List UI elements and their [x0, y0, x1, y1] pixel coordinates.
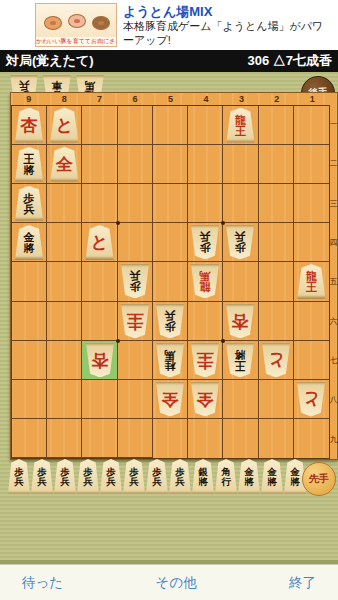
square-46[interactable] — [188, 302, 223, 341]
piece-成香-sente[interactable]: 杏 — [14, 108, 44, 143]
square-91[interactable]: 杏 — [12, 106, 47, 145]
rank-label-6: 六 — [329, 302, 338, 341]
shogi-board: 987654321 杏と龍王王將全歩兵金將と歩兵歩兵歩兵龍馬龍王圭歩兵杏杏桂馬圭… — [10, 92, 338, 460]
piece-歩兵[interactable]: 歩兵 — [168, 459, 192, 494]
square-21[interactable] — [259, 106, 294, 145]
piece-歩兵[interactable]: 歩兵 — [145, 459, 169, 494]
file-label-1: 1 — [295, 93, 330, 105]
square-93[interactable]: 歩兵 — [12, 184, 47, 223]
rank-label-5: 五 — [329, 262, 338, 301]
square-99[interactable] — [12, 419, 47, 458]
square-28[interactable] — [259, 380, 294, 419]
ad-banner[interactable]: かわいい豚を育ててお肉にされよう! ようとん場MIX 本格豚育成ゲーム「ようとん… — [0, 0, 338, 51]
square-61[interactable] — [118, 106, 153, 145]
file-labels: 987654321 — [11, 93, 330, 105]
file-label-4: 4 — [188, 93, 223, 105]
quit-button[interactable]: 終了 — [283, 573, 322, 593]
file-label-7: 7 — [82, 93, 117, 105]
game-mode-title: 対局(覚えたて) — [6, 52, 94, 70]
piece-龍馬-gote[interactable]: 龍馬 — [190, 264, 220, 299]
square-17[interactable] — [294, 341, 329, 380]
piece-成桂-gote[interactable]: 圭 — [190, 342, 220, 377]
square-76[interactable] — [82, 302, 117, 341]
file-label-5: 5 — [153, 93, 188, 105]
piece-桂馬-gote[interactable]: 桂馬 — [155, 342, 185, 377]
square-29[interactable] — [259, 419, 294, 458]
square-81[interactable]: と — [47, 106, 82, 145]
square-39[interactable] — [223, 419, 258, 458]
square-64[interactable] — [118, 223, 153, 262]
piece-と金-gote[interactable]: と — [296, 381, 326, 416]
square-54[interactable] — [153, 223, 188, 262]
square-26[interactable] — [259, 302, 294, 341]
piece-歩兵[interactable]: 歩兵 — [53, 459, 77, 494]
piece-王将-gote[interactable]: 王將 — [225, 342, 255, 377]
square-87[interactable] — [47, 341, 82, 380]
square-24[interactable] — [259, 223, 294, 262]
piece-成銀-sente[interactable]: 全 — [49, 147, 79, 182]
bottom-toolbar: 待った その他 終了 — [0, 564, 338, 600]
square-25[interactable] — [259, 262, 294, 301]
square-48[interactable]: 全 — [188, 380, 223, 419]
piece-成銀-gote[interactable]: 全 — [190, 381, 220, 416]
rank-label-8: 八 — [329, 380, 338, 419]
tatami-background: 歩兵香車桂馬 後手 987654321 杏と龍王王將全歩兵金將と歩兵歩兵歩兵龍馬… — [0, 72, 338, 564]
move-counter-last-move: 306 △7七成香 — [247, 52, 332, 70]
square-74[interactable]: と — [82, 223, 117, 262]
piece-歩兵-gote[interactable]: 歩兵 — [190, 225, 220, 260]
piece-歩兵[interactable]: 歩兵 — [99, 459, 123, 494]
piece-角行[interactable]: 角行 — [214, 459, 238, 494]
square-53[interactable] — [153, 184, 188, 223]
square-22[interactable] — [259, 145, 294, 184]
pig-icon — [68, 14, 86, 28]
piece-歩兵[interactable]: 歩兵 — [76, 459, 100, 494]
square-56[interactable]: 歩兵 — [153, 302, 188, 341]
square-38[interactable] — [223, 380, 258, 419]
square-73[interactable] — [82, 184, 117, 223]
piece-金將[interactable]: 金將 — [260, 459, 284, 494]
square-58[interactable]: 全 — [153, 380, 188, 419]
piece-銀將[interactable]: 銀將 — [191, 459, 215, 494]
piece-成香-gote[interactable]: 杏 — [225, 303, 255, 338]
square-41[interactable] — [188, 106, 223, 145]
square-36[interactable]: 杏 — [223, 302, 258, 341]
square-79[interactable] — [82, 419, 117, 458]
square-71[interactable] — [82, 106, 117, 145]
piece-龍王-sente[interactable]: 龍王 — [296, 264, 326, 299]
square-75[interactable] — [82, 262, 117, 301]
square-52[interactable] — [153, 145, 188, 184]
ad-thumbnail-caption: かわいい豚を育ててお肉にされよう! — [36, 37, 116, 46]
square-85[interactable] — [47, 262, 82, 301]
piece-歩兵[interactable]: 歩兵 — [30, 459, 54, 494]
file-label-2: 2 — [259, 93, 294, 105]
file-label-6: 6 — [117, 93, 152, 105]
square-55[interactable] — [153, 262, 188, 301]
square-77[interactable]: 杏 — [82, 341, 117, 380]
pig-icon — [44, 16, 62, 30]
rank-label-2: 二 — [329, 144, 338, 183]
square-15[interactable]: 龍王 — [294, 262, 329, 301]
piece-龍王-sente[interactable]: 龍王 — [225, 108, 255, 143]
sente-badge: 先手 — [302, 462, 336, 496]
square-51[interactable] — [153, 106, 188, 145]
square-49[interactable] — [188, 419, 223, 458]
square-72[interactable] — [82, 145, 117, 184]
piece-王将-sente[interactable]: 王將 — [14, 147, 44, 182]
ad-title[interactable]: ようとん場MIX — [123, 4, 328, 19]
sente-hand-tray: 歩兵歩兵歩兵歩兵歩兵歩兵歩兵歩兵銀將角行金將金將金將 — [7, 459, 306, 494]
square-37[interactable]: 王將 — [223, 341, 258, 380]
square-94[interactable]: 金將 — [12, 223, 47, 262]
square-31[interactable]: 龍王 — [223, 106, 258, 145]
rank-label-3: 三 — [329, 184, 338, 223]
square-66[interactable]: 圭 — [118, 302, 153, 341]
piece-歩兵[interactable]: 歩兵 — [122, 459, 146, 494]
square-14[interactable] — [294, 223, 329, 262]
piece-金將[interactable]: 金將 — [237, 459, 261, 494]
pig-icon — [92, 16, 110, 30]
square-88[interactable] — [47, 380, 82, 419]
square-27[interactable]: と — [259, 341, 294, 380]
piece-金将-sente[interactable]: 金將 — [14, 225, 44, 260]
piece-歩兵-gote[interactable]: 歩兵 — [225, 225, 255, 260]
square-86[interactable] — [47, 302, 82, 341]
square-98[interactable] — [12, 380, 47, 419]
square-67[interactable] — [118, 341, 153, 380]
piece-歩兵-gote[interactable]: 歩兵 — [155, 303, 185, 338]
square-69[interactable] — [118, 419, 153, 458]
piece-成桂-gote[interactable]: 圭 — [120, 303, 150, 338]
piece-と金-gote[interactable]: と — [261, 342, 291, 377]
square-95[interactable] — [12, 262, 47, 301]
file-label-3: 3 — [224, 93, 259, 105]
square-57[interactable]: 桂馬 — [153, 341, 188, 380]
square-78[interactable] — [82, 380, 117, 419]
board-grid: 杏と龍王王將全歩兵金將と歩兵歩兵歩兵龍馬龍王圭歩兵杏杏桂馬圭王將と全全と — [11, 105, 330, 459]
rank-label-9: 九 — [329, 420, 338, 459]
rank-label-7: 七 — [329, 341, 338, 380]
square-83[interactable] — [47, 184, 82, 223]
piece-と金-sente[interactable]: と — [49, 108, 79, 143]
other-options-button[interactable]: その他 — [150, 573, 203, 593]
header-bar: 対局(覚えたて) 306 △7七成香 — [0, 50, 338, 72]
undo-button[interactable]: 待った — [16, 573, 69, 593]
square-43[interactable] — [188, 184, 223, 223]
square-92[interactable]: 王將 — [12, 145, 47, 184]
square-34[interactable]: 歩兵 — [223, 223, 258, 262]
square-35[interactable] — [223, 262, 258, 301]
rank-label-1: 一 — [329, 105, 338, 144]
rank-label-4: 四 — [329, 223, 338, 262]
square-44[interactable]: 歩兵 — [188, 223, 223, 262]
piece-成銀-gote[interactable]: 全 — [155, 381, 185, 416]
piece-歩兵[interactable]: 歩兵 — [7, 459, 31, 494]
ad-body: 本格豚育成ゲーム「ようとん場」がパワーアップ! — [123, 19, 328, 47]
square-42[interactable] — [188, 145, 223, 184]
square-18[interactable]: と — [294, 380, 329, 419]
ad-thumbnail-image[interactable]: かわいい豚を育ててお肉にされよう! — [35, 3, 117, 47]
square-63[interactable] — [118, 184, 153, 223]
square-32[interactable] — [223, 145, 258, 184]
piece-歩兵-sente[interactable]: 歩兵 — [14, 186, 44, 221]
square-19[interactable] — [294, 419, 329, 458]
square-96[interactable] — [12, 302, 47, 341]
square-84[interactable] — [47, 223, 82, 262]
square-65[interactable]: 歩兵 — [118, 262, 153, 301]
square-47[interactable]: 圭 — [188, 341, 223, 380]
square-59[interactable] — [153, 419, 188, 458]
piece-成香-gote[interactable]: 杏 — [85, 342, 115, 377]
piece-と金-sente[interactable]: と — [85, 225, 115, 260]
square-13[interactable] — [294, 184, 329, 223]
square-11[interactable] — [294, 106, 329, 145]
square-62[interactable] — [118, 145, 153, 184]
file-label-9: 9 — [11, 93, 46, 105]
square-82[interactable]: 全 — [47, 145, 82, 184]
square-97[interactable] — [12, 341, 47, 380]
square-16[interactable] — [294, 302, 329, 341]
square-45[interactable]: 龍馬 — [188, 262, 223, 301]
square-23[interactable] — [259, 184, 294, 223]
square-33[interactable] — [223, 184, 258, 223]
square-12[interactable] — [294, 145, 329, 184]
file-label-8: 8 — [46, 93, 81, 105]
star-point — [116, 339, 120, 343]
piece-歩兵-gote[interactable]: 歩兵 — [120, 264, 150, 299]
square-89[interactable] — [47, 419, 82, 458]
square-68[interactable] — [118, 380, 153, 419]
rank-labels: 一二三四五六七八九 — [329, 105, 338, 459]
